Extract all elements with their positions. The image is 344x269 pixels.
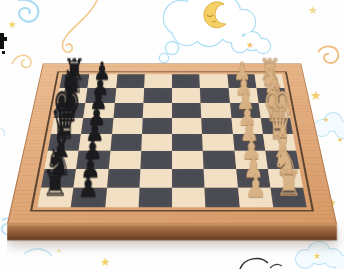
svg-text:★: ★ — [323, 116, 329, 124]
cropped-outline — [270, 264, 282, 268]
square-b4[interactable] — [172, 169, 205, 188]
square-f5[interactable] — [142, 103, 172, 118]
square-c3[interactable] — [203, 151, 236, 169]
spiral-icon — [18, 0, 38, 22]
chess-board: ♜♟♟♜♞♟♟♞♝♟♟♝♚♟♟♚♛♟♟♛♝♟♟♝♞♟♟♞♜♟♟♜ — [7, 64, 337, 224]
square-d5[interactable] — [141, 134, 172, 151]
square-c6[interactable] — [108, 151, 141, 169]
square-d4[interactable] — [172, 134, 203, 151]
svg-text:★: ★ — [337, 136, 343, 144]
swirl-icon — [318, 46, 338, 62]
chess-set-photo: ★ ★ ★ ★ ★ ★ ★ ★ ★ ★ ♜♟♟♜♞♟♟♞♝♟♟♝♚♟♟♚♛♟♟♛… — [0, 0, 344, 269]
square-g6[interactable] — [114, 88, 143, 103]
square-b6[interactable] — [107, 169, 141, 188]
square-e5[interactable] — [142, 118, 172, 134]
square-a5[interactable] — [138, 187, 172, 207]
square-e3[interactable] — [202, 118, 233, 134]
square-a8[interactable]: ♜ — [37, 187, 73, 207]
svg-text:★: ★ — [100, 255, 111, 269]
square-d6[interactable] — [110, 134, 142, 151]
square-a3[interactable] — [205, 187, 240, 207]
square-h5[interactable] — [144, 74, 172, 88]
square-a2[interactable]: ♟ — [237, 187, 273, 207]
square-b5[interactable] — [139, 169, 172, 188]
square-g3[interactable] — [200, 88, 229, 103]
svg-text:★: ★ — [56, 247, 62, 255]
svg-text:★: ★ — [8, 19, 17, 30]
board-front-edge — [7, 223, 337, 240]
svg-text:★: ★ — [246, 40, 254, 50]
swirl-icon — [12, 55, 31, 67]
square-f3[interactable] — [201, 103, 231, 118]
square-a1[interactable]: ♜ — [270, 187, 306, 207]
swirl-icon — [0, 128, 5, 136]
square-d3[interactable] — [202, 134, 234, 151]
swirl-icon — [24, 249, 52, 256]
svg-text:★: ★ — [310, 88, 322, 103]
square-g4[interactable] — [172, 88, 201, 103]
square-g5[interactable] — [143, 88, 172, 103]
square-a4[interactable] — [172, 187, 206, 207]
piece-black-rook[interactable]: ♜ — [42, 167, 69, 201]
cropped-outline — [240, 258, 268, 269]
square-c5[interactable] — [140, 151, 172, 169]
square-h3[interactable] — [199, 74, 228, 88]
swirl-icon — [63, 0, 98, 52]
square-c4[interactable] — [172, 151, 204, 169]
moon-cloud-icon — [160, 0, 270, 62]
svg-text:★: ★ — [313, 251, 321, 261]
square-e4[interactable] — [172, 118, 202, 134]
square-a7[interactable]: ♟ — [71, 187, 107, 207]
piece-white-rook[interactable]: ♜ — [275, 167, 302, 201]
cropped-glyph — [0, 33, 7, 54]
svg-text:★: ★ — [308, 4, 318, 17]
board-frame-line: ♜♟♟♜♞♟♟♞♝♟♟♝♚♟♟♚♛♟♟♛♝♟♟♝♞♟♟♞♜♟♟♜ — [30, 71, 314, 211]
square-b3[interactable] — [204, 169, 238, 188]
piece-white-pawn[interactable]: ♟ — [245, 172, 266, 200]
square-f4[interactable] — [172, 103, 202, 118]
square-f6[interactable] — [113, 103, 143, 118]
board-grid: ♜♟♟♜♞♟♟♞♝♟♟♝♚♟♟♚♛♟♟♛♝♟♟♝♞♟♟♞♜♟♟♜ — [37, 74, 306, 207]
piece-black-pawn[interactable]: ♟ — [78, 172, 99, 200]
square-h4[interactable] — [172, 74, 200, 88]
square-h6[interactable] — [116, 74, 145, 88]
square-e6[interactable] — [112, 118, 143, 134]
square-a6[interactable] — [105, 187, 140, 207]
